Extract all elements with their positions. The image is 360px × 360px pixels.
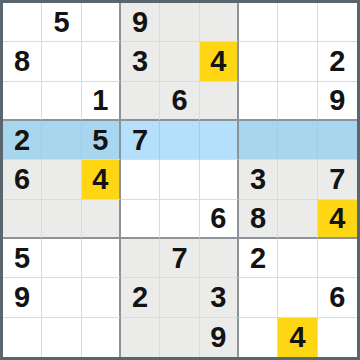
cell-r8c3[interactable] bbox=[82, 278, 121, 317]
cell-r9c3[interactable] bbox=[82, 318, 121, 357]
cell-r3c1[interactable] bbox=[3, 82, 42, 121]
cell-r2c2[interactable] bbox=[42, 42, 81, 81]
cell-r7c4[interactable] bbox=[121, 239, 160, 278]
cell-r6c1[interactable] bbox=[3, 200, 42, 239]
cell-r1c1[interactable] bbox=[3, 3, 42, 42]
cell-r6c2[interactable] bbox=[42, 200, 81, 239]
cell-r8c1[interactable]: 9 bbox=[3, 278, 42, 317]
cell-r5c6[interactable] bbox=[200, 160, 239, 199]
cell-r2c4[interactable]: 3 bbox=[121, 42, 160, 81]
cell-r6c4[interactable] bbox=[121, 200, 160, 239]
cell-r6c9[interactable]: 4 bbox=[318, 200, 357, 239]
cell-r2c7[interactable] bbox=[239, 42, 278, 81]
cell-r3c5[interactable]: 6 bbox=[160, 82, 199, 121]
cell-r4c8[interactable] bbox=[278, 121, 317, 160]
cell-r1c6[interactable] bbox=[200, 3, 239, 42]
cell-r6c5[interactable] bbox=[160, 200, 199, 239]
cell-r7c5[interactable]: 7 bbox=[160, 239, 199, 278]
cell-r8c8[interactable] bbox=[278, 278, 317, 317]
cell-r3c9[interactable]: 9 bbox=[318, 82, 357, 121]
cell-r9c4[interactable] bbox=[121, 318, 160, 357]
cell-r7c9[interactable] bbox=[318, 239, 357, 278]
cell-r5c3[interactable]: 4 bbox=[82, 160, 121, 199]
cell-r6c7[interactable]: 8 bbox=[239, 200, 278, 239]
cell-r4c1[interactable]: 2 bbox=[3, 121, 42, 160]
cell-r5c2[interactable] bbox=[42, 160, 81, 199]
cell-r1c7[interactable] bbox=[239, 3, 278, 42]
cell-r4c2[interactable] bbox=[42, 121, 81, 160]
cell-r1c2[interactable]: 5 bbox=[42, 3, 81, 42]
cell-r8c4[interactable]: 2 bbox=[121, 278, 160, 317]
cell-r9c8[interactable]: 4 bbox=[278, 318, 317, 357]
cell-r9c9[interactable] bbox=[318, 318, 357, 357]
cell-r1c5[interactable] bbox=[160, 3, 199, 42]
cell-r2c3[interactable] bbox=[82, 42, 121, 81]
cell-r7c7[interactable]: 2 bbox=[239, 239, 278, 278]
cell-r7c2[interactable] bbox=[42, 239, 81, 278]
cell-r8c7[interactable] bbox=[239, 278, 278, 317]
cell-r7c8[interactable] bbox=[278, 239, 317, 278]
cell-r4c3[interactable]: 5 bbox=[82, 121, 121, 160]
cell-r4c4[interactable]: 7 bbox=[121, 121, 160, 160]
cell-r5c1[interactable]: 6 bbox=[3, 160, 42, 199]
cell-r2c9[interactable]: 2 bbox=[318, 42, 357, 81]
cell-r3c6[interactable] bbox=[200, 82, 239, 121]
cell-r9c7[interactable] bbox=[239, 318, 278, 357]
cell-r7c3[interactable] bbox=[82, 239, 121, 278]
cell-r3c4[interactable] bbox=[121, 82, 160, 121]
cell-r3c8[interactable] bbox=[278, 82, 317, 121]
cell-r7c6[interactable] bbox=[200, 239, 239, 278]
cell-r9c2[interactable] bbox=[42, 318, 81, 357]
cell-r7c1[interactable]: 5 bbox=[3, 239, 42, 278]
cell-r2c5[interactable] bbox=[160, 42, 199, 81]
cell-r3c2[interactable] bbox=[42, 82, 81, 121]
cell-r1c4[interactable]: 9 bbox=[121, 3, 160, 42]
cell-r4c9[interactable] bbox=[318, 121, 357, 160]
cell-r8c6[interactable]: 3 bbox=[200, 278, 239, 317]
sudoku-board: 5983421692576437684572923694 bbox=[0, 0, 360, 360]
cell-r3c3[interactable]: 1 bbox=[82, 82, 121, 121]
cell-r1c9[interactable] bbox=[318, 3, 357, 42]
cell-r9c1[interactable] bbox=[3, 318, 42, 357]
cell-r6c3[interactable] bbox=[82, 200, 121, 239]
cell-r1c8[interactable] bbox=[278, 3, 317, 42]
cell-r8c2[interactable] bbox=[42, 278, 81, 317]
cell-r5c5[interactable] bbox=[160, 160, 199, 199]
cell-r5c7[interactable]: 3 bbox=[239, 160, 278, 199]
cell-r1c3[interactable] bbox=[82, 3, 121, 42]
cell-r2c8[interactable] bbox=[278, 42, 317, 81]
cell-r3c7[interactable] bbox=[239, 82, 278, 121]
cell-r5c8[interactable] bbox=[278, 160, 317, 199]
cell-r4c7[interactable] bbox=[239, 121, 278, 160]
cell-r8c5[interactable] bbox=[160, 278, 199, 317]
cell-r5c9[interactable]: 7 bbox=[318, 160, 357, 199]
cell-r6c8[interactable] bbox=[278, 200, 317, 239]
cell-r9c5[interactable] bbox=[160, 318, 199, 357]
cell-r4c5[interactable] bbox=[160, 121, 199, 160]
cell-r6c6[interactable]: 6 bbox=[200, 200, 239, 239]
cell-r9c6[interactable]: 9 bbox=[200, 318, 239, 357]
cell-r8c9[interactable]: 6 bbox=[318, 278, 357, 317]
cell-r2c1[interactable]: 8 bbox=[3, 42, 42, 81]
cell-r2c6[interactable]: 4 bbox=[200, 42, 239, 81]
cell-r4c6[interactable] bbox=[200, 121, 239, 160]
cell-r5c4[interactable] bbox=[121, 160, 160, 199]
